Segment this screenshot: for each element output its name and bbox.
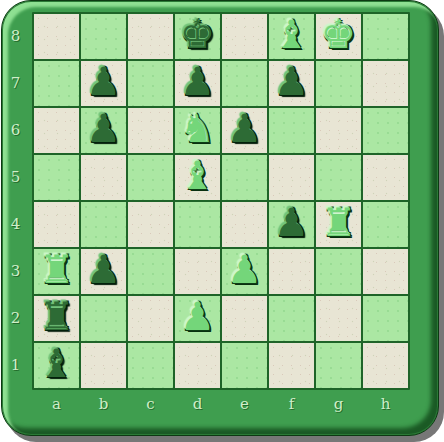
piece-black-pawn[interactable]: ♟: [180, 62, 215, 101]
square-g6[interactable]: [316, 108, 361, 153]
file-label-h: h: [363, 391, 408, 417]
piece-black-bishop[interactable]: ♝: [39, 344, 74, 383]
chess-board[interactable]: ♚♝♚♟♟♟♟♞♟♝♟♜♜♟♟♜♟♝: [32, 12, 410, 390]
square-e1[interactable]: [222, 343, 267, 388]
file-label-b: b: [81, 391, 126, 417]
square-e8[interactable]: [222, 14, 267, 59]
square-f2[interactable]: [269, 296, 314, 341]
rank-label-7: 7: [0, 61, 31, 106]
square-b6[interactable]: ♟: [81, 108, 126, 153]
file-label-a: a: [34, 391, 79, 417]
square-d7[interactable]: ♟: [175, 61, 220, 106]
square-g1[interactable]: [316, 343, 361, 388]
piece-white-king[interactable]: ♚: [321, 15, 356, 54]
square-d3[interactable]: [175, 249, 220, 294]
rank-label-6: 6: [0, 108, 31, 153]
square-d6[interactable]: ♞: [175, 108, 220, 153]
square-c6[interactable]: [128, 108, 173, 153]
square-a1[interactable]: ♝: [34, 343, 79, 388]
square-h7[interactable]: [363, 61, 408, 106]
piece-black-rook[interactable]: ♜: [39, 297, 74, 336]
square-a5[interactable]: [34, 155, 79, 200]
square-f7[interactable]: ♟: [269, 61, 314, 106]
square-c7[interactable]: [128, 61, 173, 106]
square-c2[interactable]: [128, 296, 173, 341]
square-b4[interactable]: [81, 202, 126, 247]
square-e4[interactable]: [222, 202, 267, 247]
piece-black-pawn[interactable]: ♟: [86, 62, 121, 101]
square-f4[interactable]: ♟: [269, 202, 314, 247]
square-e3[interactable]: ♟: [222, 249, 267, 294]
square-c5[interactable]: [128, 155, 173, 200]
square-a4[interactable]: [34, 202, 79, 247]
square-a6[interactable]: [34, 108, 79, 153]
piece-white-pawn[interactable]: ♟: [227, 250, 262, 289]
piece-black-king[interactable]: ♚: [180, 15, 215, 54]
square-h4[interactable]: [363, 202, 408, 247]
square-f6[interactable]: [269, 108, 314, 153]
square-b7[interactable]: ♟: [81, 61, 126, 106]
rank-label-2: 2: [0, 296, 31, 341]
square-a8[interactable]: [34, 14, 79, 59]
square-g8[interactable]: ♚: [316, 14, 361, 59]
square-b5[interactable]: [81, 155, 126, 200]
rank-label-1: 1: [0, 343, 31, 388]
rank-label-5: 5: [0, 155, 31, 200]
square-b2[interactable]: [81, 296, 126, 341]
square-f8[interactable]: ♝: [269, 14, 314, 59]
piece-white-pawn[interactable]: ♟: [180, 297, 215, 336]
square-a2[interactable]: ♜: [34, 296, 79, 341]
square-h6[interactable]: [363, 108, 408, 153]
square-g5[interactable]: [316, 155, 361, 200]
square-c8[interactable]: [128, 14, 173, 59]
square-c4[interactable]: [128, 202, 173, 247]
square-f1[interactable]: [269, 343, 314, 388]
piece-black-pawn[interactable]: ♟: [227, 109, 262, 148]
piece-white-rook[interactable]: ♜: [321, 203, 356, 242]
file-label-g: g: [316, 391, 361, 417]
square-d5[interactable]: ♝: [175, 155, 220, 200]
square-e7[interactable]: [222, 61, 267, 106]
square-e2[interactable]: [222, 296, 267, 341]
square-a7[interactable]: [34, 61, 79, 106]
square-h2[interactable]: [363, 296, 408, 341]
square-c1[interactable]: [128, 343, 173, 388]
square-c3[interactable]: [128, 249, 173, 294]
square-f3[interactable]: [269, 249, 314, 294]
rank-labels: 87654321: [0, 14, 31, 388]
square-h8[interactable]: [363, 14, 408, 59]
file-labels: abcdefgh: [34, 391, 408, 417]
rank-label-4: 4: [0, 202, 31, 247]
square-g7[interactable]: [316, 61, 361, 106]
piece-black-pawn[interactable]: ♟: [86, 109, 121, 148]
file-label-d: d: [175, 391, 220, 417]
piece-black-pawn[interactable]: ♟: [274, 62, 309, 101]
piece-white-bishop[interactable]: ♝: [180, 156, 215, 195]
piece-white-rook[interactable]: ♜: [39, 250, 74, 289]
file-label-c: c: [128, 391, 173, 417]
square-g4[interactable]: ♜: [316, 202, 361, 247]
square-e6[interactable]: ♟: [222, 108, 267, 153]
square-a3[interactable]: ♜: [34, 249, 79, 294]
square-d4[interactable]: [175, 202, 220, 247]
square-h5[interactable]: [363, 155, 408, 200]
file-label-f: f: [269, 391, 314, 417]
square-e5[interactable]: [222, 155, 267, 200]
square-h1[interactable]: [363, 343, 408, 388]
rank-label-3: 3: [0, 249, 31, 294]
square-g2[interactable]: [316, 296, 361, 341]
piece-black-pawn[interactable]: ♟: [86, 250, 121, 289]
piece-black-pawn[interactable]: ♟: [274, 203, 309, 242]
square-d2[interactable]: ♟: [175, 296, 220, 341]
square-d1[interactable]: [175, 343, 220, 388]
square-b8[interactable]: [81, 14, 126, 59]
file-label-e: e: [222, 391, 267, 417]
square-f5[interactable]: [269, 155, 314, 200]
rank-label-8: 8: [0, 14, 31, 59]
piece-white-knight[interactable]: ♞: [180, 109, 215, 148]
square-g3[interactable]: [316, 249, 361, 294]
square-b3[interactable]: ♟: [81, 249, 126, 294]
chess-app-window: 87654321 ♚♝♚♟♟♟♟♞♟♝♟♜♜♟♟♜♟♝ abcdefgh: [0, 0, 444, 442]
square-d8[interactable]: ♚: [175, 14, 220, 59]
piece-white-bishop[interactable]: ♝: [274, 15, 309, 54]
square-b1[interactable]: [81, 343, 126, 388]
square-h3[interactable]: [363, 249, 408, 294]
